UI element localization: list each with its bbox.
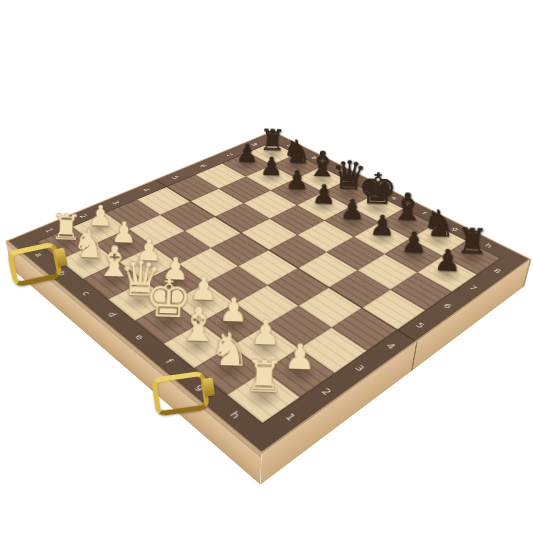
chessboard-surface: abcdefgh abcdefgh 87654321 87654321 ♜♞♝♛…: [6, 131, 532, 455]
piece-black-king[interactable]: ♚: [356, 161, 400, 210]
folding-chessboard: abcdefgh abcdefgh 87654321 87654321 ♜♞♝♛…: [6, 131, 532, 455]
square-a6[interactable]: [195, 163, 246, 188]
coordinate-label: a: [274, 138, 306, 153]
camera-tilt-wrapper: abcdefgh abcdefgh 87654321 87654321 ♜♞♝♛…: [0, 0, 533, 533]
piece-black-rook[interactable]: ♜: [253, 111, 293, 156]
piece-black-pawn[interactable]: ♟: [423, 221, 472, 276]
coordinate-label: 8: [238, 137, 270, 151]
brass-clasp-front: [151, 371, 210, 417]
square-d8[interactable]: ♛: [323, 180, 375, 207]
piece-black-pawn[interactable]: ♟: [251, 133, 293, 180]
square-e6[interactable]: [297, 221, 353, 253]
square-b8[interactable]: ♞: [272, 154, 321, 178]
coordinate-label: c: [323, 162, 357, 179]
square-e7[interactable]: ♟: [324, 207, 379, 237]
coordinate-label: 5: [157, 169, 193, 186]
piece-black-pawn[interactable]: ♟: [227, 121, 268, 167]
piece-black-pawn[interactable]: ♟: [302, 159, 346, 208]
square-d6[interactable]: [270, 205, 325, 235]
square-d7[interactable]: ♟: [297, 192, 350, 220]
square-a8[interactable]: ♜: [248, 142, 296, 165]
square-c5[interactable]: [215, 203, 270, 233]
piece-shadow: [253, 168, 290, 187]
square-a5[interactable]: [167, 175, 219, 202]
coordinate-label: 6: [186, 158, 221, 174]
piece-shadow: [304, 196, 343, 217]
piece-shadow: [303, 170, 340, 189]
piece-black-pawn[interactable]: ♟: [330, 174, 375, 225]
board-scene: abcdefgh abcdefgh 87654321 87654321 ♜♞♝♛…: [76, 58, 461, 443]
coordinate-label: 7: [213, 147, 246, 162]
square-d5[interactable]: [241, 219, 297, 250]
piece-black-knight[interactable]: ♞: [277, 123, 318, 169]
square-h7[interactable]: ♟: [417, 256, 477, 292]
coordinate-label: b: [298, 150, 331, 166]
piece-black-pawn[interactable]: ♟: [276, 146, 319, 194]
piece-black-bishop[interactable]: ♝: [302, 135, 344, 182]
board-edge-shade: [522, 259, 531, 288]
product-photo-stage: abcdefgh abcdefgh 87654321 87654321 ♜♞♝♛…: [0, 0, 533, 533]
square-b7[interactable]: ♟: [246, 165, 297, 190]
piece-shadow: [332, 211, 372, 233]
square-b6[interactable]: [219, 177, 271, 204]
piece-shadow: [357, 198, 396, 219]
piece-black-queen[interactable]: ♛: [328, 148, 371, 196]
piece-shadow: [278, 182, 316, 202]
square-a7[interactable]: ♟: [222, 153, 271, 177]
board-grid: ♜♞♝♛♚♝♞♜♟♟♟♟♟♟♟♟♟♟♟♟♟♟♟♟♜♞♝♛♚♝♞♜: [37, 142, 501, 423]
piece-shadow: [278, 157, 314, 175]
square-c8[interactable]: ♝: [296, 167, 347, 192]
square-b5[interactable]: [190, 189, 243, 217]
piece-shadow: [254, 145, 289, 162]
square-c6[interactable]: [244, 191, 297, 219]
square-c7[interactable]: ♟: [271, 178, 323, 205]
fold-seam-side: [411, 342, 417, 372]
piece-shadow: [229, 156, 265, 174]
coordinate-label: d: [349, 175, 384, 193]
piece-shadow: [330, 184, 368, 204]
piece-white-rook[interactable]: ♜: [235, 332, 295, 399]
